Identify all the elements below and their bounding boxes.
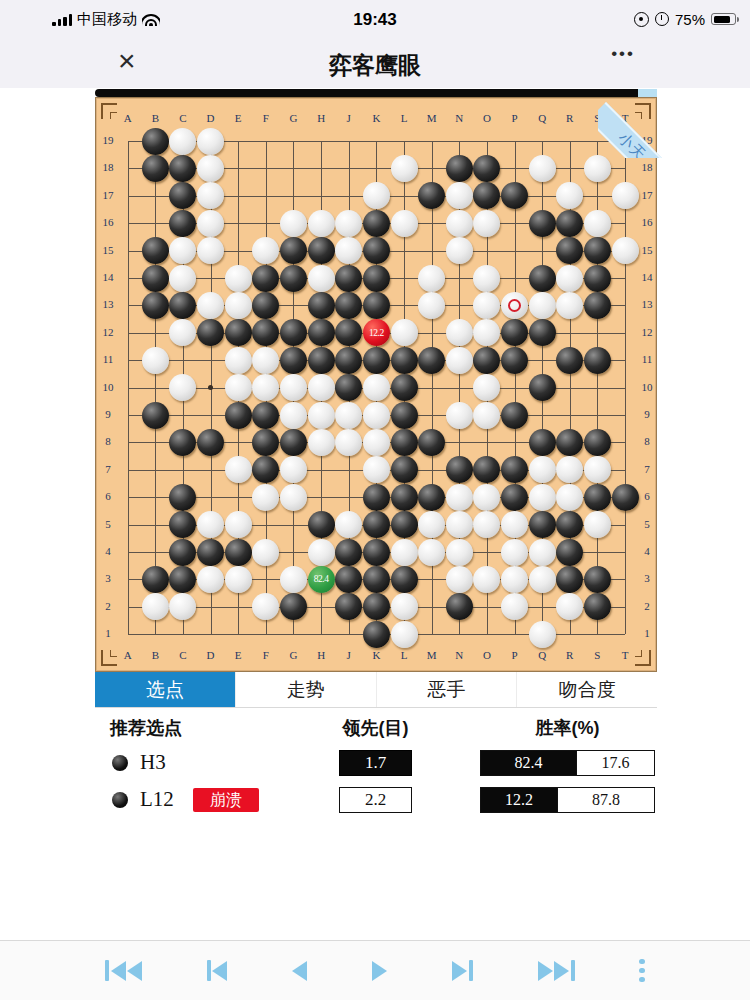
coord-label-right: 2	[637, 600, 657, 612]
stone-L1	[391, 621, 418, 648]
move-label: L12	[140, 787, 174, 812]
coord-label-right: 18	[637, 161, 657, 173]
stone-J4	[335, 539, 362, 566]
green-stone-label: 82.4	[314, 574, 329, 584]
coord-label-bottom: N	[449, 649, 469, 661]
coord-label-right: 11	[637, 353, 657, 365]
jump-to-start-icon	[111, 961, 126, 981]
jump-to-end-icon	[571, 960, 575, 981]
stone-C6	[169, 484, 196, 511]
winrate-white-segment: 17.6	[576, 751, 654, 775]
stone-P13	[501, 292, 528, 319]
coord-label-top: M	[422, 112, 442, 124]
coord-label-bottom: S	[587, 649, 607, 661]
stone-C12	[169, 319, 196, 346]
stone-N7	[446, 456, 473, 483]
stone-E10	[225, 374, 252, 401]
col-header-winrate: 胜率(%)	[480, 716, 655, 740]
stone-O14	[473, 265, 500, 292]
stone-K1	[363, 621, 390, 648]
stone-K16	[363, 210, 390, 237]
stone-T17	[612, 182, 639, 209]
coord-label-right: 14	[637, 271, 657, 283]
stone-M5	[418, 511, 445, 538]
stone-Q3	[529, 566, 556, 593]
stone-O12	[473, 319, 500, 346]
stone-S5	[584, 511, 611, 538]
stone-P7	[501, 456, 528, 483]
coord-label-right: 17	[637, 189, 657, 201]
stone-C17	[169, 182, 196, 209]
stone-E12	[225, 319, 252, 346]
stone-M14	[418, 265, 445, 292]
playback-toolbar	[0, 940, 750, 1000]
stone-K4	[363, 539, 390, 566]
battery-percent-label: 75%	[675, 11, 705, 28]
stone-F13	[252, 292, 279, 319]
stone-K12: 12.2	[363, 319, 390, 346]
stone-J12	[335, 319, 362, 346]
stone-P4	[501, 539, 528, 566]
stone-L7	[391, 456, 418, 483]
stone-K17	[363, 182, 390, 209]
more-menu-icon[interactable]: •••	[611, 44, 635, 64]
tab-吻合度[interactable]: 吻合度	[516, 672, 657, 707]
col-header-lead: 领先(目)	[338, 716, 413, 740]
stone-H8	[308, 429, 335, 456]
winrate-black-segment: 82.4	[481, 751, 576, 775]
stone-R14	[556, 265, 583, 292]
stone-R13	[556, 292, 583, 319]
coord-label-top: O	[477, 112, 497, 124]
stone-N5	[446, 511, 473, 538]
stone-O17	[473, 182, 500, 209]
status-bar: 中国移动 19:43 75%	[0, 0, 750, 38]
stone-K11	[363, 347, 390, 374]
stone-N15	[446, 237, 473, 264]
stone-O13	[473, 292, 500, 319]
stone-M13	[418, 292, 445, 319]
stone-P3	[501, 566, 528, 593]
stone-Q7	[529, 456, 556, 483]
stone-E14	[225, 265, 252, 292]
coord-label-bottom: A	[118, 649, 138, 661]
stone-O10	[473, 374, 500, 401]
stone-C16	[169, 210, 196, 237]
coord-label-right: 5	[637, 518, 657, 530]
stone-C8	[169, 429, 196, 456]
coord-label-left: 13	[98, 298, 118, 310]
stone-K7	[363, 456, 390, 483]
coord-label-right: 6	[637, 490, 657, 502]
stone-B9	[142, 402, 169, 429]
stone-E7	[225, 456, 252, 483]
stone-J14	[335, 265, 362, 292]
stone-L10	[391, 374, 418, 401]
stone-C19	[169, 128, 196, 155]
stone-D13	[197, 292, 224, 319]
stone-L8	[391, 429, 418, 456]
stone-L18	[391, 155, 418, 182]
stone-H14	[308, 265, 335, 292]
stone-E5	[225, 511, 252, 538]
coord-label-left: 8	[98, 435, 118, 447]
stone-N18	[446, 155, 473, 182]
tab-选点[interactable]: 选点	[95, 672, 235, 707]
jump-to-start-button[interactable]	[105, 954, 142, 988]
stone-D5	[197, 511, 224, 538]
stone-H4	[308, 539, 335, 566]
stone-D15	[197, 237, 224, 264]
coord-label-right: 10	[637, 381, 657, 393]
stone-B13	[142, 292, 169, 319]
coord-label-right: 19	[637, 134, 657, 146]
stone-Q6	[529, 484, 556, 511]
stone-N6	[446, 484, 473, 511]
stone-D16	[197, 210, 224, 237]
stone-G10	[280, 374, 307, 401]
stone-S2	[584, 593, 611, 620]
stone-D3	[197, 566, 224, 593]
stone-M6	[418, 484, 445, 511]
stone-N4	[446, 539, 473, 566]
coord-label-left: 14	[98, 271, 118, 283]
stone-E4	[225, 539, 252, 566]
stone-D8	[197, 429, 224, 456]
stone-G16	[280, 210, 307, 237]
stone-D12	[197, 319, 224, 346]
analysis-tab-bar: 选点走势恶手吻合度	[95, 672, 657, 708]
stone-R6	[556, 484, 583, 511]
stone-H3: 82.4	[308, 566, 335, 593]
grid-line-vertical	[625, 141, 626, 634]
stone-C5	[169, 511, 196, 538]
coord-label-top: S	[587, 112, 607, 124]
stone-C2	[169, 593, 196, 620]
stone-J3	[335, 566, 362, 593]
more-button[interactable]	[639, 954, 645, 988]
stone-R8	[556, 429, 583, 456]
coord-label-left: 18	[98, 161, 118, 173]
jump-to-end-icon	[554, 961, 569, 981]
step-forward-bar-icon	[469, 960, 473, 981]
coord-label-left: 6	[98, 490, 118, 502]
winrate-black-segment: 12.2	[481, 788, 557, 812]
go-board[interactable]: AABBCCDDEEFFGGHHJJKKLLMMNNOOPPQQRRSSTT19…	[95, 97, 657, 672]
stone-H12	[308, 319, 335, 346]
coord-label-left: 4	[98, 545, 118, 557]
stone-S13	[584, 292, 611, 319]
stone-G6	[280, 484, 307, 511]
stone-G14	[280, 265, 307, 292]
step-forward-bar-button[interactable]	[452, 954, 473, 988]
stone-P2	[501, 593, 528, 620]
stone-G12	[280, 319, 307, 346]
stone-N16	[446, 210, 473, 237]
coord-label-left: 5	[98, 518, 118, 530]
rotation-lock-icon	[634, 12, 649, 27]
alarm-icon	[655, 12, 669, 26]
coord-label-right: 13	[637, 298, 657, 310]
coord-label-left: 3	[98, 572, 118, 584]
stone-Q1	[529, 621, 556, 648]
coord-label-bottom: K	[366, 649, 386, 661]
stone-T6	[612, 484, 639, 511]
step-forward-icon	[372, 961, 387, 981]
game-progress-bar[interactable]	[95, 89, 657, 97]
stone-M11	[418, 347, 445, 374]
stone-R2	[556, 593, 583, 620]
coord-label-bottom: C	[173, 649, 193, 661]
stone-H11	[308, 347, 335, 374]
stone-J11	[335, 347, 362, 374]
stone-J16	[335, 210, 362, 237]
stone-N17	[446, 182, 473, 209]
stone-S15	[584, 237, 611, 264]
stone-Q10	[529, 374, 556, 401]
stone-S16	[584, 210, 611, 237]
coord-label-top: P	[505, 112, 525, 124]
stone-F6	[252, 484, 279, 511]
stone-Q4	[529, 539, 556, 566]
stone-T15	[612, 237, 639, 264]
coord-label-right: 16	[637, 216, 657, 228]
stone-S7	[584, 456, 611, 483]
coord-label-left: 10	[98, 381, 118, 393]
stone-B2	[142, 593, 169, 620]
coord-label-bottom: P	[505, 649, 525, 661]
stone-F12	[252, 319, 279, 346]
stone-H10	[308, 374, 335, 401]
stone-L12	[391, 319, 418, 346]
stone-G7	[280, 456, 307, 483]
winrate-bar: 12.287.8	[480, 787, 655, 813]
stone-R5	[556, 511, 583, 538]
stone-L16	[391, 210, 418, 237]
stone-C15	[169, 237, 196, 264]
blunder-badge: 崩溃	[193, 788, 259, 812]
stone-P12	[501, 319, 528, 346]
coord-label-top: A	[118, 112, 138, 124]
stone-J5	[335, 511, 362, 538]
coord-label-bottom: O	[477, 649, 497, 661]
coord-label-left: 1	[98, 627, 118, 639]
stone-O11	[473, 347, 500, 374]
stone-L6	[391, 484, 418, 511]
coord-label-bottom: D	[201, 649, 221, 661]
red-stone-label: 12.2	[369, 328, 384, 338]
stone-C18	[169, 155, 196, 182]
stone-L3	[391, 566, 418, 593]
stone-K3	[363, 566, 390, 593]
stone-E9	[225, 402, 252, 429]
stone-S18	[584, 155, 611, 182]
stone-Q13	[529, 292, 556, 319]
jump-to-end-button[interactable]	[538, 954, 575, 988]
stone-R11	[556, 347, 583, 374]
board-corner-ornament	[101, 103, 117, 119]
stone-F8	[252, 429, 279, 456]
last-move-marker	[508, 299, 521, 312]
jump-to-start-icon	[105, 960, 109, 981]
stone-K5	[363, 511, 390, 538]
stone-R3	[556, 566, 583, 593]
stone-L5	[391, 511, 418, 538]
stone-J8	[335, 429, 362, 456]
coord-label-left: 7	[98, 463, 118, 475]
stone-N3	[446, 566, 473, 593]
stone-J10	[335, 374, 362, 401]
stone-H5	[308, 511, 335, 538]
stone-P17	[501, 182, 528, 209]
stone-F11	[252, 347, 279, 374]
stone-D19	[197, 128, 224, 155]
stone-O3	[473, 566, 500, 593]
stone-S3	[584, 566, 611, 593]
coord-label-left: 2	[98, 600, 118, 612]
table-header: 推荐选点 领先(目) 胜率(%)	[0, 708, 750, 744]
progress-done	[95, 89, 638, 97]
coord-label-right: 1	[637, 627, 657, 639]
stone-Q12	[529, 319, 556, 346]
stone-K6	[363, 484, 390, 511]
move-label: H3	[140, 750, 166, 775]
stone-F14	[252, 265, 279, 292]
stone-F4	[252, 539, 279, 566]
stone-L11	[391, 347, 418, 374]
stone-H15	[308, 237, 335, 264]
stone-R15	[556, 237, 583, 264]
stone-J13	[335, 292, 362, 319]
more-icon	[639, 959, 645, 983]
coord-label-top: C	[173, 112, 193, 124]
stone-L4	[391, 539, 418, 566]
stone-O5	[473, 511, 500, 538]
coord-label-bottom: G	[283, 649, 303, 661]
stone-N9	[446, 402, 473, 429]
coord-label-right: 3	[637, 572, 657, 584]
coord-label-bottom: L	[394, 649, 414, 661]
step-forward-bar-icon	[452, 961, 467, 981]
coord-label-left: 16	[98, 216, 118, 228]
stone-Q8	[529, 429, 556, 456]
stone-G8	[280, 429, 307, 456]
stone-O18	[473, 155, 500, 182]
coord-label-top: K	[366, 112, 386, 124]
step-back-bar-icon	[212, 961, 227, 981]
stone-M8	[418, 429, 445, 456]
stone-G9	[280, 402, 307, 429]
coord-label-right: 9	[637, 408, 657, 420]
stone-L9	[391, 402, 418, 429]
coord-label-right: 4	[637, 545, 657, 557]
stone-E3	[225, 566, 252, 593]
step-forward-button[interactable]	[372, 954, 387, 988]
stone-C4	[169, 539, 196, 566]
lead-value: 2.2	[339, 787, 412, 813]
col-header-move: 推荐选点	[110, 716, 182, 740]
stone-E13	[225, 292, 252, 319]
step-back-button[interactable]	[292, 954, 307, 988]
coord-label-top: F	[256, 112, 276, 124]
tab-恶手[interactable]: 恶手	[376, 672, 517, 707]
coord-label-right: 12	[637, 326, 657, 338]
stone-J2	[335, 593, 362, 620]
coord-label-top: J	[339, 112, 359, 124]
stone-B19	[142, 128, 169, 155]
stone-O7	[473, 456, 500, 483]
stone-Q16	[529, 210, 556, 237]
step-back-bar-button[interactable]	[207, 954, 228, 988]
nav-bar: × 弈客鹰眼 •••	[0, 38, 750, 88]
stone-S6	[584, 484, 611, 511]
stone-R16	[556, 210, 583, 237]
coord-label-top: H	[311, 112, 331, 124]
coord-label-bottom: R	[560, 649, 580, 661]
stone-K9	[363, 402, 390, 429]
recommendation-row-L12[interactable]: L12崩溃2.212.287.8	[0, 781, 750, 818]
stone-C14	[169, 265, 196, 292]
stone-B3	[142, 566, 169, 593]
stone-G2	[280, 593, 307, 620]
stone-Q5	[529, 511, 556, 538]
tab-走势[interactable]: 走势	[235, 672, 376, 707]
stone-P5	[501, 511, 528, 538]
stone-F9	[252, 402, 279, 429]
stone-F2	[252, 593, 279, 620]
stone-G11	[280, 347, 307, 374]
stone-K13	[363, 292, 390, 319]
stone-D17	[197, 182, 224, 209]
stone-M4	[418, 539, 445, 566]
stone-R17	[556, 182, 583, 209]
coord-label-top: R	[560, 112, 580, 124]
coord-label-top: T	[615, 112, 635, 124]
stone-J15	[335, 237, 362, 264]
stone-N11	[446, 347, 473, 374]
step-back-bar-icon	[207, 960, 211, 981]
stone-F15	[252, 237, 279, 264]
stone-H16	[308, 210, 335, 237]
stone-B11	[142, 347, 169, 374]
stone-R7	[556, 456, 583, 483]
stone-O6	[473, 484, 500, 511]
stone-F7	[252, 456, 279, 483]
stone-E11	[225, 347, 252, 374]
coord-label-right: 7	[637, 463, 657, 475]
stone-H13	[308, 292, 335, 319]
battery-icon	[711, 13, 736, 25]
coord-label-bottom: Q	[532, 649, 552, 661]
recommendation-row-H3[interactable]: H31.782.417.6	[0, 744, 750, 781]
stone-P6	[501, 484, 528, 511]
jump-to-end-icon	[538, 961, 553, 981]
coord-label-bottom: F	[256, 649, 276, 661]
stone-G15	[280, 237, 307, 264]
stone-J9	[335, 402, 362, 429]
stone-K14	[363, 265, 390, 292]
coord-label-bottom: E	[228, 649, 248, 661]
jump-to-start-icon	[127, 961, 142, 981]
stone-Q18	[529, 155, 556, 182]
step-back-icon	[292, 961, 307, 981]
coord-label-left: 17	[98, 189, 118, 201]
stone-B18	[142, 155, 169, 182]
stone-L2	[391, 593, 418, 620]
stone-B14	[142, 265, 169, 292]
stone-K8	[363, 429, 390, 456]
stone-K10	[363, 374, 390, 401]
